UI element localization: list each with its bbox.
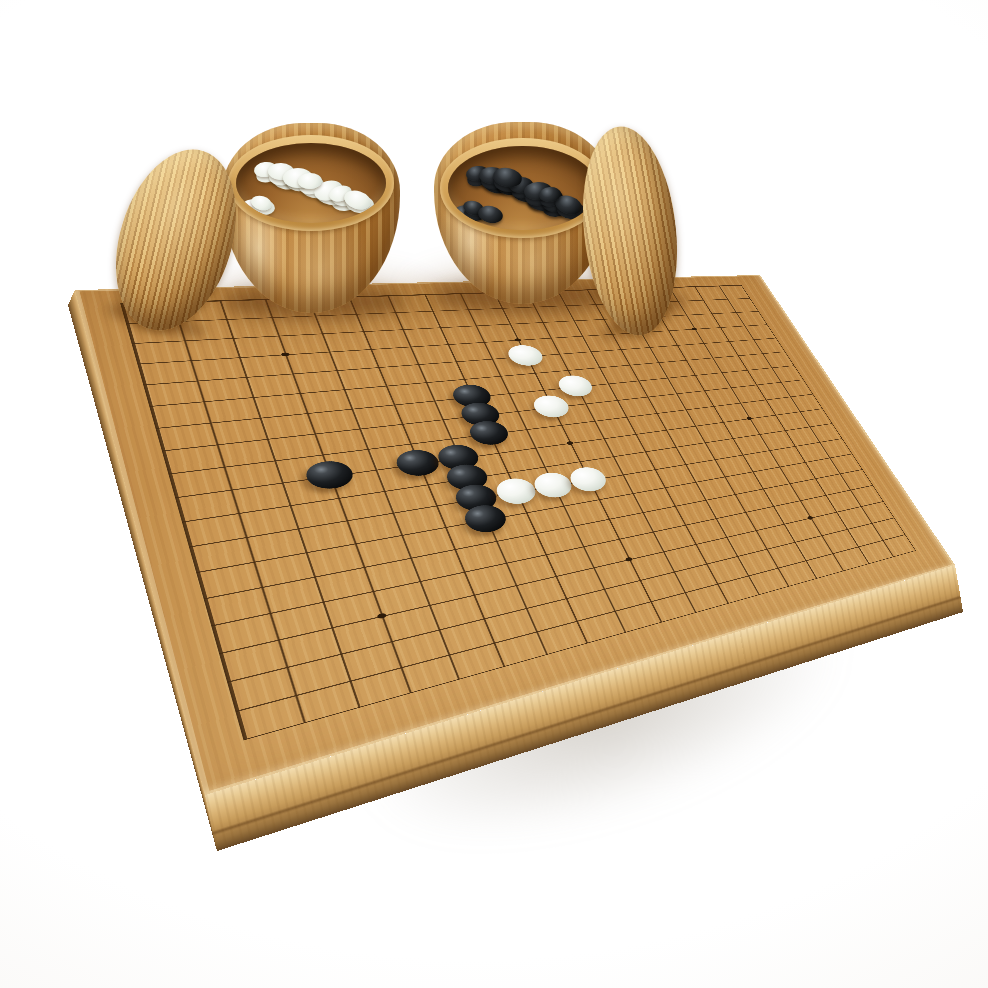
white-bowl-opening (236, 143, 386, 223)
black-stone (302, 459, 357, 492)
bowl-black-stone (476, 204, 504, 226)
white-stone (566, 465, 611, 494)
star-point (280, 352, 290, 356)
star-point (807, 516, 814, 520)
white-stone (529, 394, 573, 419)
white-stone (491, 476, 539, 507)
star-point (376, 613, 387, 620)
star-point (514, 338, 522, 341)
white-stone (529, 470, 576, 500)
scene (0, 0, 988, 988)
black-bowl-opening (448, 146, 597, 230)
white-stone (555, 374, 597, 398)
star-point (691, 327, 697, 330)
white-stone (504, 344, 547, 367)
star-point (746, 417, 753, 421)
bowl-white-stone (297, 172, 322, 189)
black-stone (392, 448, 443, 479)
star-point (625, 557, 633, 562)
star-point (566, 441, 574, 445)
